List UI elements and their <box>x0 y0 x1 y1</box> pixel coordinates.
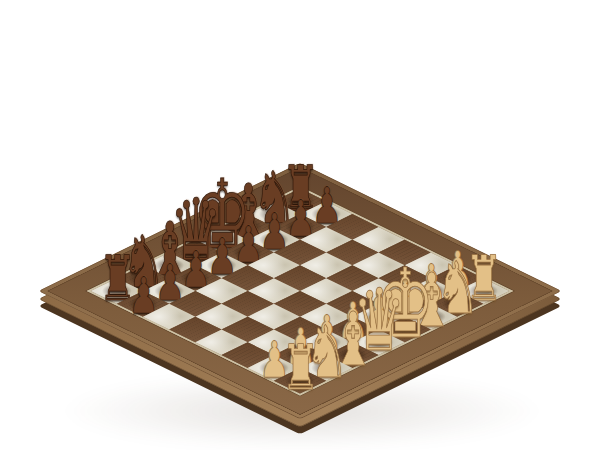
board-frame: ♜♞♝♛♚♝♞♜♟♟♟♟♟♟♟♟♟♟♟♟♟♟♟♟♜♞♝♛♚♝♞♜ <box>47 167 553 415</box>
photo-background: ♜♞♝♛♚♝♞♜♟♟♟♟♟♟♟♟♟♟♟♟♟♟♟♟♜♞♝♛♚♝♞♜ <box>0 0 600 450</box>
square-a1[interactable]: ♜ <box>274 368 326 394</box>
piece-white-rook[interactable]: ♜ <box>281 337 319 399</box>
chess-board: ♜♞♝♛♚♝♞♜♟♟♟♟♟♟♟♟♟♟♟♟♟♟♟♟♜♞♝♛♚♝♞♜ <box>38 163 561 419</box>
board-inner-trim: ♜♞♝♛♚♝♞♜♟♟♟♟♟♟♟♟♟♟♟♟♟♟♟♟♜♞♝♛♚♝♞♜ <box>86 186 513 395</box>
